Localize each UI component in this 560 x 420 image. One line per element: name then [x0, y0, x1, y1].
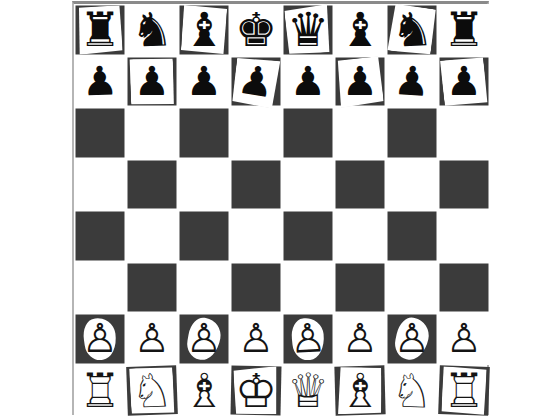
- square-f4[interactable]: [334, 210, 386, 262]
- white-knight-icon[interactable]: ♘: [130, 364, 174, 417]
- black-queen-icon[interactable]: ♛: [287, 4, 329, 56]
- white-bishop-icon[interactable]: ♗: [339, 365, 381, 417]
- black-knight-icon[interactable]: ♞: [390, 3, 435, 57]
- square-a2[interactable]: ♙: [74, 313, 126, 365]
- white-knight-icon[interactable]: ♘: [390, 364, 434, 417]
- square-h8[interactable]: ♜: [438, 4, 490, 56]
- square-c3[interactable]: [178, 262, 230, 314]
- square-a3[interactable]: [74, 262, 126, 314]
- square-h1[interactable]: ♖: [438, 365, 490, 417]
- square-a7[interactable]: ♟: [74, 56, 126, 108]
- square-f1[interactable]: ♗: [334, 365, 386, 417]
- square-b3[interactable]: [126, 262, 178, 314]
- square-d7[interactable]: ♟: [230, 56, 282, 108]
- square-b6[interactable]: [126, 107, 178, 159]
- black-king-icon[interactable]: ♚: [235, 4, 277, 56]
- square-a5[interactable]: [74, 159, 126, 211]
- white-pawn-icon[interactable]: ♙: [342, 313, 378, 365]
- black-pawn-icon[interactable]: ♟: [342, 56, 378, 108]
- black-pawn-icon[interactable]: ♟: [392, 54, 431, 108]
- square-b1[interactable]: ♘: [126, 365, 178, 417]
- square-g5[interactable]: [386, 159, 438, 211]
- square-g6[interactable]: [386, 107, 438, 159]
- square-f3[interactable]: [334, 262, 386, 314]
- white-king-icon[interactable]: ♔: [235, 365, 277, 417]
- chess-board: ♜♞♝♚♛♝♞♜♟♟♟♟♟♟♟♟♙♙♙♙♙♙♙♙♖♘♗♔♕♗♘♖: [72, 1, 489, 415]
- square-h6[interactable]: [438, 107, 490, 159]
- square-e5[interactable]: [282, 159, 334, 211]
- white-pawn-icon[interactable]: ♙: [134, 313, 170, 365]
- square-b7[interactable]: ♟: [126, 56, 178, 108]
- square-e1[interactable]: ♕: [282, 365, 334, 417]
- square-a1[interactable]: ♖: [74, 365, 126, 417]
- white-pawn-icon[interactable]: ♙: [238, 313, 274, 365]
- square-c7[interactable]: ♟: [178, 56, 230, 108]
- square-f8[interactable]: ♝: [334, 4, 386, 56]
- square-e2[interactable]: ♙: [282, 313, 334, 365]
- square-d4[interactable]: [230, 210, 282, 262]
- square-g1[interactable]: ♘: [386, 365, 438, 417]
- square-g3[interactable]: [386, 262, 438, 314]
- square-d6[interactable]: [230, 107, 282, 159]
- square-d1[interactable]: ♔: [230, 365, 282, 417]
- square-f7[interactable]: ♟: [334, 56, 386, 108]
- square-c2[interactable]: ♙: [178, 313, 230, 365]
- black-rook-icon[interactable]: ♜: [443, 4, 485, 56]
- square-b5[interactable]: [126, 159, 178, 211]
- square-g7[interactable]: ♟: [386, 56, 438, 108]
- square-c4[interactable]: [178, 210, 230, 262]
- square-d5[interactable]: [230, 159, 282, 211]
- white-pawn-icon[interactable]: ♙: [186, 313, 222, 365]
- square-d8[interactable]: ♚: [230, 4, 282, 56]
- square-h5[interactable]: [438, 159, 490, 211]
- page: ♜♞♝♚♛♝♞♜♟♟♟♟♟♟♟♟♙♙♙♙♙♙♙♙♖♘♗♔♕♗♘♖: [0, 0, 560, 420]
- square-h7[interactable]: ♟: [438, 56, 490, 108]
- square-c8[interactable]: ♝: [178, 4, 230, 56]
- square-f5[interactable]: [334, 159, 386, 211]
- black-knight-icon[interactable]: ♞: [130, 3, 174, 56]
- black-bishop-icon[interactable]: ♝: [183, 4, 225, 56]
- square-g2[interactable]: ♙: [386, 313, 438, 365]
- square-f2[interactable]: ♙: [334, 313, 386, 365]
- square-b2[interactable]: ♙: [126, 313, 178, 365]
- square-e3[interactable]: [282, 262, 334, 314]
- square-c5[interactable]: [178, 159, 230, 211]
- white-rook-icon[interactable]: ♖: [443, 365, 485, 417]
- black-pawn-icon[interactable]: ♟: [186, 56, 222, 108]
- black-pawn-icon[interactable]: ♟: [290, 56, 326, 108]
- square-h2[interactable]: ♙: [438, 313, 490, 365]
- black-pawn-icon[interactable]: ♟: [446, 56, 482, 108]
- black-pawn-icon[interactable]: ♟: [134, 56, 170, 108]
- square-h3[interactable]: [438, 262, 490, 314]
- black-pawn-icon[interactable]: ♟: [81, 55, 119, 108]
- square-a8[interactable]: ♜: [74, 4, 126, 56]
- square-d3[interactable]: [230, 262, 282, 314]
- square-c6[interactable]: [178, 107, 230, 159]
- square-g4[interactable]: [386, 210, 438, 262]
- square-d2[interactable]: ♙: [230, 313, 282, 365]
- square-a6[interactable]: [74, 107, 126, 159]
- white-bishop-icon[interactable]: ♗: [183, 365, 225, 417]
- white-pawn-icon[interactable]: ♙: [446, 313, 482, 365]
- square-a4[interactable]: [74, 210, 126, 262]
- square-e8[interactable]: ♛: [282, 4, 334, 56]
- square-f6[interactable]: [334, 107, 386, 159]
- square-h4[interactable]: [438, 210, 490, 262]
- square-g8[interactable]: ♞: [386, 4, 438, 56]
- square-e4[interactable]: [282, 210, 334, 262]
- square-b8[interactable]: ♞: [126, 4, 178, 56]
- white-pawn-icon[interactable]: ♙: [82, 313, 118, 365]
- white-rook-icon[interactable]: ♖: [79, 365, 121, 417]
- square-c1[interactable]: ♗: [178, 365, 230, 417]
- white-queen-icon[interactable]: ♕: [287, 365, 329, 417]
- black-bishop-icon[interactable]: ♝: [339, 4, 381, 56]
- white-pawn-icon[interactable]: ♙: [394, 313, 430, 365]
- square-b4[interactable]: [126, 210, 178, 262]
- white-pawn-icon[interactable]: ♙: [289, 312, 328, 365]
- square-e7[interactable]: ♟: [282, 56, 334, 108]
- black-rook-icon[interactable]: ♜: [79, 4, 121, 56]
- square-e6[interactable]: [282, 107, 334, 159]
